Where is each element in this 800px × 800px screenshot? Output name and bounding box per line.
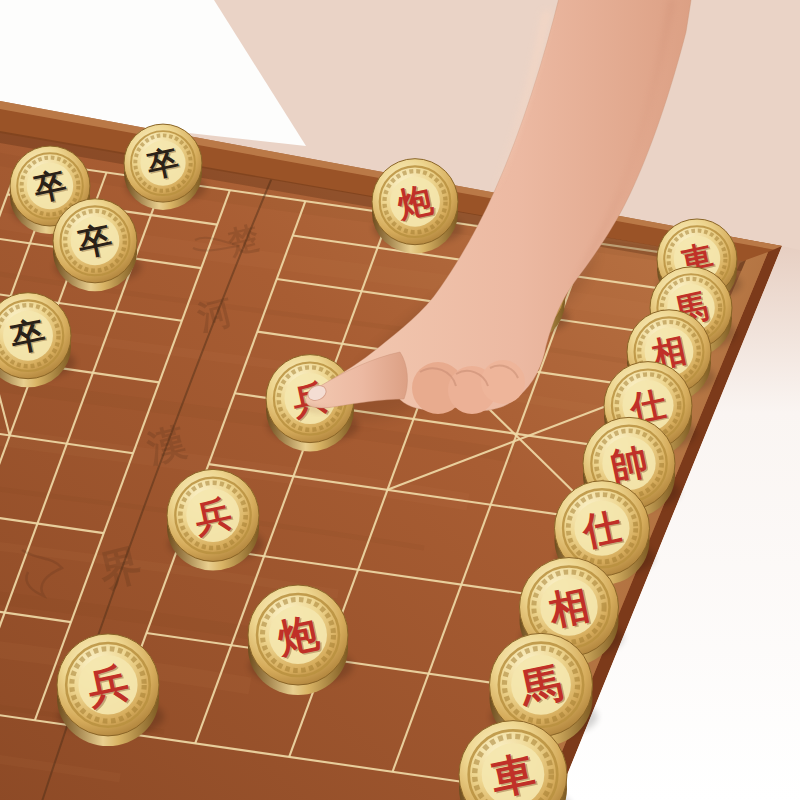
xiangqi-scene: 楚河漢界卒卒卒卒卒卒卒卒炮炮車車馬馬相相仕仕帥帥仕仕相相馬馬車車兵兵兵兵炮炮兵兵 [0, 0, 800, 800]
product-photo-stage: Overhead product photo of a wooden foldi… [0, 0, 800, 800]
